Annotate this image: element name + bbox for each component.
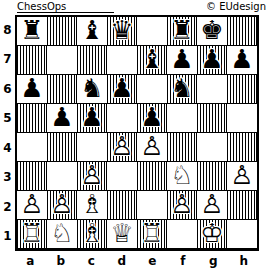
square-g3 <box>197 162 227 191</box>
square-d1: ♛♕ <box>107 220 137 249</box>
app-title: ChessOps <box>17 1 114 13</box>
square-b3 <box>47 162 77 191</box>
piece-wP-g2: ♟♙ <box>197 191 227 219</box>
piece-wP-e4: ♟♙ <box>137 133 167 161</box>
square-f6: ♞♞ <box>167 75 197 104</box>
piece-wR-e1: ♜♖ <box>138 220 166 248</box>
file-label-h: h <box>229 253 260 269</box>
square-h6 <box>227 75 257 104</box>
square-e5: ♟♟ <box>137 104 167 133</box>
square-h5 <box>227 104 257 133</box>
square-e4: ♟♙ <box>137 133 167 162</box>
square-b2: ♟♙ <box>47 191 77 220</box>
piece-wP-c3: ♟♙ <box>78 162 106 190</box>
rank-label-3: 3 <box>0 163 15 193</box>
piece-bP-c5: ♟♟ <box>78 104 106 132</box>
rank-label-4: 4 <box>0 133 15 163</box>
rank-label-1: 1 <box>0 222 15 252</box>
square-c6: ♞♞ <box>77 75 107 104</box>
piece-bK-g8: ♚♚ <box>197 17 227 45</box>
piece-bP-e5: ♟♟ <box>138 104 166 132</box>
rank-label-5: 5 <box>0 104 15 134</box>
square-g5 <box>197 104 227 133</box>
piece-bP-a6: ♟♟ <box>17 75 47 103</box>
square-g4 <box>197 133 227 162</box>
square-a2: ♟♙ <box>17 191 47 220</box>
square-h1 <box>227 220 257 249</box>
square-c5: ♟♟ <box>77 104 107 133</box>
piece-bN-c6: ♞♞ <box>77 75 107 103</box>
square-a4 <box>17 133 47 162</box>
copyright-label: © EUdesign <box>206 1 266 12</box>
square-b4 <box>47 133 77 162</box>
file-label-d: d <box>107 253 138 269</box>
square-g7: ♟♟ <box>197 46 227 75</box>
square-e8 <box>137 17 167 46</box>
square-f7: ♟♟ <box>167 46 197 75</box>
square-f8: ♜♜ <box>167 17 197 46</box>
square-f4 <box>167 133 197 162</box>
piece-bP-d6: ♟♟ <box>108 75 136 103</box>
piece-bP-g7: ♟♟ <box>198 46 226 74</box>
square-d8: ♛♛ <box>107 17 137 46</box>
square-e3 <box>137 162 167 191</box>
square-d5 <box>107 104 137 133</box>
square-h8 <box>227 17 257 46</box>
square-b5: ♟♟ <box>47 104 77 133</box>
square-g6 <box>197 75 227 104</box>
square-a1: ♜♖ <box>17 220 47 249</box>
piece-bB-e7: ♝♝ <box>138 46 166 74</box>
square-c4 <box>77 133 107 162</box>
piece-wP-h3: ♟♙ <box>227 162 257 190</box>
square-c3: ♟♙ <box>77 162 107 191</box>
square-g1: ♚♔ <box>197 220 227 249</box>
file-label-f: f <box>168 253 199 269</box>
piece-wR-a1: ♜♖ <box>18 220 46 248</box>
square-e7: ♝♝ <box>137 46 167 75</box>
square-d4: ♟♙ <box>107 133 137 162</box>
square-c7 <box>77 46 107 75</box>
rank-label-2: 2 <box>0 192 15 222</box>
square-a6: ♟♟ <box>17 75 47 104</box>
square-b6 <box>47 75 77 104</box>
piece-wP-f2: ♟♙ <box>168 191 196 219</box>
square-f1 <box>167 220 197 249</box>
rank-label-7: 7 <box>0 45 15 75</box>
square-d2 <box>107 191 137 220</box>
file-label-c: c <box>76 253 107 269</box>
piece-bR-a8: ♜♜ <box>17 17 47 45</box>
rank-label-6: 6 <box>0 74 15 104</box>
square-c1: ♝♗ <box>77 220 107 249</box>
piece-wK-g1: ♚♔ <box>198 220 226 248</box>
square-h7: ♟♟ <box>227 46 257 75</box>
piece-wN-f3: ♞♘ <box>167 162 197 190</box>
square-d7 <box>107 46 137 75</box>
square-g2: ♟♙ <box>197 191 227 220</box>
piece-wB-c2: ♝♗ <box>77 191 107 219</box>
square-c8: ♝♝ <box>77 17 107 46</box>
square-f2: ♟♙ <box>167 191 197 220</box>
rank-label-8: 8 <box>0 15 15 45</box>
chess-board: ♜♜♝♝♛♛♜♜♚♚♝♝♟♟♟♟♟♟♟♟♞♞♟♟♞♞♟♟♟♟♟♟♟♙♟♙♟♙♞♘… <box>15 15 259 251</box>
piece-bP-h7: ♟♟ <box>227 46 257 74</box>
file-label-b: b <box>46 253 77 269</box>
piece-bN-f6: ♞♞ <box>168 75 196 103</box>
square-b8 <box>47 17 77 46</box>
square-e2 <box>137 191 167 220</box>
piece-wB-c1: ♝♗ <box>78 220 106 248</box>
piece-bP-b5: ♟♟ <box>47 104 77 132</box>
piece-wP-d4: ♟♙ <box>108 133 136 161</box>
square-a8: ♜♜ <box>17 17 47 46</box>
square-a5 <box>17 104 47 133</box>
square-h4 <box>227 133 257 162</box>
square-d3 <box>107 162 137 191</box>
square-c2: ♝♗ <box>77 191 107 220</box>
square-h3: ♟♙ <box>227 162 257 191</box>
square-f3: ♞♘ <box>167 162 197 191</box>
piece-bQ-d8: ♛♛ <box>108 17 136 45</box>
piece-wP-a2: ♟♙ <box>17 191 47 219</box>
square-b7 <box>47 46 77 75</box>
square-h2 <box>227 191 257 220</box>
chess-diagram: ChessOps © EUdesign 87654321 ♜♜♝♝♛♛♜♜♚♚♝… <box>0 0 270 270</box>
piece-bB-c8: ♝♝ <box>77 17 107 45</box>
piece-wP-b2: ♟♙ <box>48 191 76 219</box>
square-d6: ♟♟ <box>107 75 137 104</box>
piece-bP-f7: ♟♟ <box>167 46 197 74</box>
piece-wQ-d1: ♛♕ <box>107 220 137 248</box>
square-e6 <box>137 75 167 104</box>
square-a7 <box>17 46 47 75</box>
piece-bR-f8: ♜♜ <box>168 17 196 45</box>
file-label-a: a <box>15 253 46 269</box>
square-f5 <box>167 104 197 133</box>
square-g8: ♚♚ <box>197 17 227 46</box>
square-b1: ♞♘ <box>47 220 77 249</box>
file-label-e: e <box>137 253 168 269</box>
rank-labels: 87654321 <box>0 15 15 251</box>
piece-wN-b1: ♞♘ <box>47 220 77 248</box>
square-e1: ♜♖ <box>137 220 167 249</box>
header: ChessOps © EUdesign <box>17 1 266 13</box>
file-labels: abcdefgh <box>15 253 259 269</box>
file-label-g: g <box>198 253 229 269</box>
square-a3 <box>17 162 47 191</box>
